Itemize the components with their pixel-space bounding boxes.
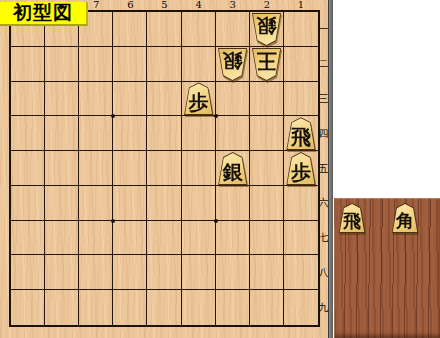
board-cell-6-1[interactable] (113, 12, 147, 47)
board-cell-6-7[interactable] (113, 221, 147, 256)
star-point (111, 114, 115, 118)
rank-label-4: 四 (318, 129, 329, 139)
board-cell-5-4[interactable] (147, 116, 181, 151)
board-cell-5-3[interactable] (147, 82, 181, 117)
board-cell-3-1[interactable] (216, 12, 250, 47)
piece-body: 銀 (217, 48, 248, 81)
piece-face: 角 (392, 204, 418, 232)
board-cell-5-2[interactable] (147, 47, 181, 82)
hand-bishop-piece[interactable]: 角 (391, 203, 419, 233)
piece-body: 角 (391, 203, 419, 233)
piece-face: 王 (252, 49, 281, 80)
piece-face: 銀 (252, 14, 281, 45)
board-cell-6-8[interactable] (113, 255, 147, 290)
star-point (214, 219, 218, 223)
piece-kanji: 銀 (257, 14, 277, 36)
piece-kanji: 歩 (189, 92, 209, 114)
board-cell-7-6[interactable] (79, 186, 113, 221)
board-cell-9-9[interactable] (11, 290, 45, 325)
shogi-board: 7654321 一二三四五六七八九 銀銀王歩飛歩銀 初型図 (0, 0, 333, 338)
board-cell-6-5[interactable] (113, 151, 147, 186)
piece-face: 歩 (184, 83, 213, 114)
file-label-5: 5 (161, 0, 167, 10)
piece-kanji: 歩 (291, 162, 311, 184)
board-cell-9-3[interactable] (11, 82, 45, 117)
piece-kanji: 飛 (291, 127, 311, 149)
board-cell-9-2[interactable] (11, 47, 45, 82)
piece-kanji: 銀 (223, 162, 243, 184)
piece-face: 銀 (218, 49, 247, 80)
board-cell-7-3[interactable] (79, 82, 113, 117)
board-cell-4-5[interactable] (182, 151, 216, 186)
sente-rook-piece[interactable]: 飛 (285, 117, 316, 150)
board-cell-2-4[interactable] (250, 116, 284, 151)
star-point (214, 114, 218, 118)
file-label-3: 3 (230, 0, 236, 10)
board-cell-7-9[interactable] (79, 290, 113, 325)
board-cell-1-1[interactable] (284, 12, 318, 47)
shogi-app: 7654321 一二三四五六七八九 銀銀王歩飛歩銀 初型図 飛角 (0, 0, 440, 338)
board-cell-1-7[interactable] (284, 221, 318, 256)
board-cell-4-8[interactable] (182, 255, 216, 290)
rank-label-6: 六 (318, 198, 329, 208)
board-cell-2-8[interactable] (250, 255, 284, 290)
board-cell-4-6[interactable] (182, 186, 216, 221)
board-cell-8-4[interactable] (45, 116, 79, 151)
file-label-2: 2 (264, 0, 270, 10)
board-cell-4-2[interactable] (182, 47, 216, 82)
board-cell-6-9[interactable] (113, 290, 147, 325)
board-cell-9-6[interactable] (11, 186, 45, 221)
board-cell-8-3[interactable] (45, 82, 79, 117)
rank-label-7: 七 (318, 233, 329, 243)
board-cell-4-4[interactable] (182, 116, 216, 151)
board-cell-1-9[interactable] (284, 290, 318, 325)
board-cell-3-9[interactable] (216, 290, 250, 325)
rank-label-8: 八 (318, 268, 329, 278)
board-cell-7-4[interactable] (79, 116, 113, 151)
board-cell-6-4[interactable] (113, 116, 147, 151)
board-cell-2-9[interactable] (250, 290, 284, 325)
board-cell-8-9[interactable] (45, 290, 79, 325)
board-cell-4-1[interactable] (182, 12, 216, 47)
sente-pawn-piece[interactable]: 歩 (285, 152, 316, 185)
gote-silver-piece[interactable]: 銀 (251, 13, 282, 46)
board-cell-9-7[interactable] (11, 221, 45, 256)
piece-body: 飛 (338, 203, 366, 233)
rank-label-2: 二 (318, 59, 329, 69)
board-cell-1-6[interactable] (284, 186, 318, 221)
board-cell-3-7[interactable] (216, 221, 250, 256)
board-cell-7-5[interactable] (79, 151, 113, 186)
board-cell-8-7[interactable] (45, 221, 79, 256)
board-cell-8-6[interactable] (45, 186, 79, 221)
piece-body: 銀 (217, 152, 248, 185)
file-label-7: 7 (93, 0, 99, 10)
board-cell-1-2[interactable] (284, 47, 318, 82)
board-cell-7-8[interactable] (79, 255, 113, 290)
board-cell-1-8[interactable] (284, 255, 318, 290)
piece-body: 王 (251, 48, 282, 81)
piece-face: 飛 (286, 118, 315, 149)
file-label-6: 6 (127, 0, 133, 10)
board-cell-8-2[interactable] (45, 47, 79, 82)
board-cell-3-6[interactable] (216, 186, 250, 221)
board-cell-8-5[interactable] (45, 151, 79, 186)
gote-silver-piece[interactable]: 銀 (217, 48, 248, 81)
gote-king-piece[interactable]: 王 (251, 48, 282, 81)
board-cell-6-2[interactable] (113, 47, 147, 82)
piece-face: 銀 (218, 153, 247, 184)
board-cell-2-7[interactable] (250, 221, 284, 256)
board-cell-1-3[interactable] (284, 82, 318, 117)
board-cell-8-8[interactable] (45, 255, 79, 290)
piece-body: 歩 (285, 152, 316, 185)
board-cell-5-9[interactable] (147, 290, 181, 325)
piece-face: 飛 (339, 204, 365, 232)
file-label-4: 4 (195, 0, 201, 10)
board-cell-5-6[interactable] (147, 186, 181, 221)
board-cell-5-8[interactable] (147, 255, 181, 290)
piece-body: 歩 (183, 82, 214, 115)
rank-label-9: 九 (318, 303, 329, 313)
rank-label-3: 三 (318, 94, 329, 104)
board-cell-3-3[interactable] (216, 82, 250, 117)
piece-kanji: 王 (257, 49, 277, 71)
rank-label-1: 一 (318, 24, 329, 34)
board-cell-6-6[interactable] (113, 186, 147, 221)
sente-pawn-piece[interactable]: 歩 (183, 82, 214, 115)
board-cell-2-6[interactable] (250, 186, 284, 221)
diagram-title: 初型図 (0, 2, 88, 26)
piece-kanji: 角 (396, 212, 414, 232)
board-cell-7-2[interactable] (79, 47, 113, 82)
star-point (111, 219, 115, 223)
board-cell-4-9[interactable] (182, 290, 216, 325)
piece-kanji: 飛 (343, 212, 361, 232)
board-cell-9-4[interactable] (11, 116, 45, 151)
sente-silver-piece[interactable]: 銀 (217, 152, 248, 185)
board-cell-9-8[interactable] (11, 255, 45, 290)
board-cell-4-7[interactable] (182, 221, 216, 256)
file-label-1: 1 (298, 0, 304, 10)
board-cell-2-5[interactable] (250, 151, 284, 186)
piece-kanji: 銀 (223, 49, 243, 71)
board-cell-3-8[interactable] (216, 255, 250, 290)
rank-label-5: 五 (318, 164, 329, 174)
board-cell-6-3[interactable] (113, 82, 147, 117)
board-cell-5-1[interactable] (147, 12, 181, 47)
board-cell-9-5[interactable] (11, 151, 45, 186)
piece-face: 歩 (286, 153, 315, 184)
board-cell-5-5[interactable] (147, 151, 181, 186)
hand-rook-piece[interactable]: 飛 (338, 203, 366, 233)
piece-body: 飛 (285, 117, 316, 150)
board-cell-7-7[interactable] (79, 221, 113, 256)
board-cell-2-3[interactable] (250, 82, 284, 117)
piece-body: 銀 (251, 13, 282, 46)
komadai-piece-stand: 飛角 (334, 198, 440, 338)
board-cell-5-7[interactable] (147, 221, 181, 256)
board-cell-3-4[interactable] (216, 116, 250, 151)
